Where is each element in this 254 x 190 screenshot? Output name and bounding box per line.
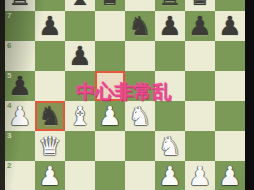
square-d7[interactable] — [95, 11, 125, 41]
square-d4[interactable]: ♟ — [95, 101, 125, 131]
square-b8[interactable] — [35, 0, 65, 11]
square-h7[interactable]: ♟ — [215, 11, 245, 41]
square-a4[interactable]: 4♟ — [5, 101, 35, 131]
white-pawn-g2[interactable]: ♟ — [185, 161, 215, 190]
rank-label-7: 7 — [7, 12, 11, 20]
square-f6[interactable] — [155, 41, 185, 71]
square-d3[interactable] — [95, 131, 125, 161]
right-black-bar — [245, 0, 254, 190]
square-c3[interactable] — [65, 131, 95, 161]
square-b2[interactable]: ♟ — [35, 161, 65, 190]
white-pawn-h2[interactable]: ♟ — [215, 161, 245, 190]
square-h3[interactable] — [215, 131, 245, 161]
black-pawn-h7[interactable]: ♟ — [215, 11, 245, 41]
square-e6[interactable] — [125, 41, 155, 71]
square-g8[interactable]: ♚ — [185, 0, 215, 11]
white-knight-f3[interactable]: ♞ — [155, 131, 185, 161]
square-b4[interactable]: ♞ — [35, 101, 65, 131]
square-a3[interactable]: 3 — [5, 131, 35, 161]
square-c8[interactable]: ♝ — [65, 0, 95, 11]
black-pawn-b7[interactable]: ♟ — [35, 11, 65, 41]
rank-label-5: 5 — [7, 72, 11, 80]
black-rook-a8[interactable]: ♜ — [5, 0, 35, 11]
square-f8[interactable]: ♜ — [155, 0, 185, 11]
square-e2[interactable] — [125, 161, 155, 190]
square-h2[interactable]: ♟ — [215, 161, 245, 190]
black-knight-b4[interactable]: ♞ — [35, 101, 65, 131]
square-c2[interactable] — [65, 161, 95, 190]
black-pawn-c6[interactable]: ♟ — [65, 41, 95, 71]
black-pawn-f7[interactable]: ♟ — [155, 11, 185, 41]
white-pawn-f2[interactable]: ♟ — [155, 161, 185, 190]
black-knight-e7[interactable]: ♞ — [125, 11, 155, 41]
square-c7[interactable] — [65, 11, 95, 41]
square-a7[interactable]: 7 — [5, 11, 35, 41]
square-f2[interactable]: ♟ — [155, 161, 185, 190]
square-h6[interactable] — [215, 41, 245, 71]
white-queen-b3[interactable]: ♛ — [35, 131, 65, 161]
square-h8[interactable] — [215, 0, 245, 11]
square-d6[interactable] — [95, 41, 125, 71]
square-g7[interactable]: ♟ — [185, 11, 215, 41]
square-g6[interactable] — [185, 41, 215, 71]
square-e8[interactable] — [125, 0, 155, 11]
square-a2[interactable]: 2 — [5, 161, 35, 190]
rank-label-3: 3 — [7, 132, 11, 140]
square-e4[interactable]: ♞ — [125, 101, 155, 131]
square-b6[interactable] — [35, 41, 65, 71]
square-a6[interactable]: 6 — [5, 41, 35, 71]
caption-text: 中心非常乱 — [76, 79, 171, 105]
square-a5[interactable]: 5♟ — [5, 71, 35, 101]
square-b7[interactable]: ♟ — [35, 11, 65, 41]
square-e7[interactable]: ♞ — [125, 11, 155, 41]
square-g2[interactable]: ♟ — [185, 161, 215, 190]
rank-label-2: 2 — [7, 162, 11, 170]
square-a8[interactable]: ♜ — [5, 0, 35, 11]
white-knight-e4[interactable]: ♞ — [125, 101, 155, 131]
square-d8[interactable]: ♛ — [95, 0, 125, 11]
black-rook-f8[interactable]: ♜ — [155, 0, 185, 11]
square-f7[interactable]: ♟ — [155, 11, 185, 41]
square-b5[interactable] — [35, 71, 65, 101]
square-c4[interactable]: ♝ — [65, 101, 95, 131]
rank-label-4: 4 — [7, 102, 11, 110]
square-g3[interactable] — [185, 131, 215, 161]
square-g5[interactable] — [185, 71, 215, 101]
black-king-g8[interactable]: ♚ — [185, 0, 215, 11]
video-frame: ♜♝♛♜♚7♟♞♟♟♟6♟5♟4♟♞♝♟♞3♛♞2♟♟♟♟ 中心非常乱 — [0, 0, 254, 190]
square-f4[interactable] — [155, 101, 185, 131]
square-h4[interactable] — [215, 101, 245, 131]
white-pawn-b2[interactable]: ♟ — [35, 161, 65, 190]
square-c6[interactable]: ♟ — [65, 41, 95, 71]
square-e3[interactable] — [125, 131, 155, 161]
black-pawn-g7[interactable]: ♟ — [185, 11, 215, 41]
square-h5[interactable] — [215, 71, 245, 101]
square-f3[interactable]: ♞ — [155, 131, 185, 161]
square-d2[interactable] — [95, 161, 125, 190]
black-queen-d8[interactable]: ♛ — [95, 0, 125, 11]
square-g4[interactable] — [185, 101, 215, 131]
white-bishop-c4[interactable]: ♝ — [65, 101, 95, 131]
white-pawn-d4[interactable]: ♟ — [95, 101, 125, 131]
square-b3[interactable]: ♛ — [35, 131, 65, 161]
black-bishop-c8[interactable]: ♝ — [65, 0, 95, 11]
rank-label-6: 6 — [7, 42, 11, 50]
